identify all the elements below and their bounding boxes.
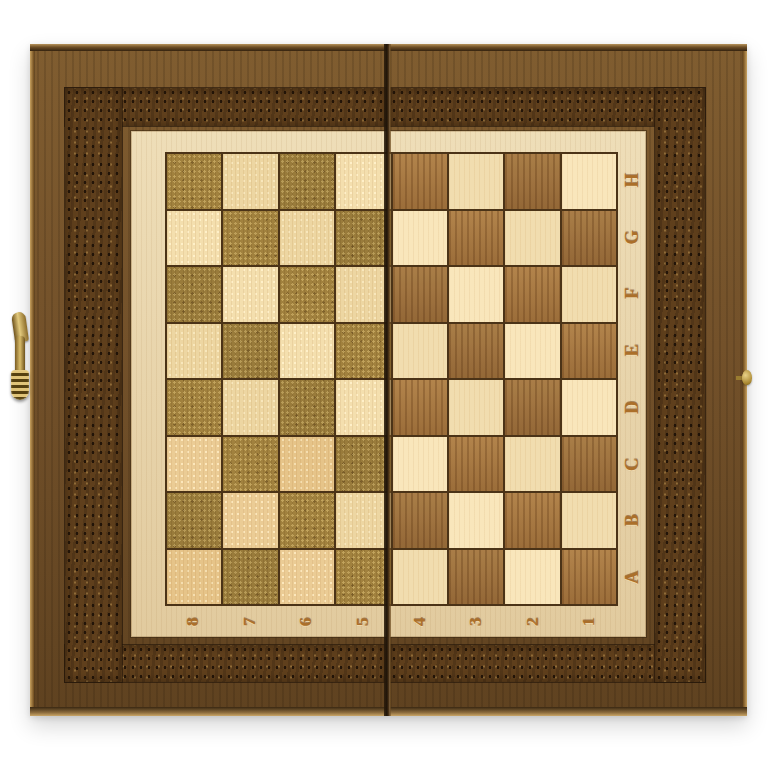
rank-label-8: 8 — [165, 606, 222, 637]
square-e3[interactable] — [449, 324, 503, 379]
file-label-c: C — [618, 436, 646, 493]
square-d2[interactable] — [505, 380, 559, 435]
square-e4[interactable] — [393, 324, 447, 379]
square-c2[interactable] — [505, 437, 559, 492]
brass-pin-icon — [736, 368, 753, 388]
square-e7[interactable] — [223, 324, 277, 379]
brass-clasp-icon — [5, 312, 37, 402]
file-label-b: B — [618, 493, 646, 550]
square-b2[interactable] — [505, 493, 559, 548]
file-label-d: D — [618, 379, 646, 436]
square-d5[interactable] — [336, 380, 390, 435]
square-a7[interactable] — [223, 550, 277, 605]
file-label-e: E — [618, 322, 646, 379]
file-label-text: E — [621, 345, 642, 357]
square-a6[interactable] — [280, 550, 334, 605]
pin-head — [742, 370, 752, 385]
photo-stage: HGFEDCBA 87654321 — [0, 0, 775, 775]
square-h8[interactable] — [167, 154, 221, 209]
fold-seam — [384, 44, 391, 716]
square-b5[interactable] — [336, 493, 390, 548]
chess-box: HGFEDCBA 87654321 — [30, 44, 747, 716]
square-b8[interactable] — [167, 493, 221, 548]
file-label-text: A — [622, 571, 643, 584]
square-c3[interactable] — [449, 437, 503, 492]
square-g7[interactable] — [223, 211, 277, 266]
board-grid — [165, 152, 618, 606]
file-label-f: F — [618, 266, 646, 323]
square-c6[interactable] — [280, 437, 334, 492]
square-g6[interactable] — [280, 211, 334, 266]
carved-band-side-left — [65, 88, 122, 682]
file-label-h: H — [618, 152, 646, 209]
square-g8[interactable] — [167, 211, 221, 266]
square-h3[interactable] — [449, 154, 503, 209]
square-c5[interactable] — [336, 437, 390, 492]
square-c8[interactable] — [167, 437, 221, 492]
square-b7[interactable] — [223, 493, 277, 548]
square-d7[interactable] — [223, 380, 277, 435]
square-a8[interactable] — [167, 550, 221, 605]
file-label-text: F — [622, 288, 643, 299]
square-e2[interactable] — [505, 324, 559, 379]
square-b1[interactable] — [562, 493, 616, 548]
rank-label-4: 4 — [392, 606, 449, 637]
square-d6[interactable] — [280, 380, 334, 435]
file-labels-strip: HGFEDCBA — [618, 152, 646, 606]
square-h2[interactable] — [505, 154, 559, 209]
square-a4[interactable] — [393, 550, 447, 605]
square-c4[interactable] — [393, 437, 447, 492]
square-d3[interactable] — [449, 380, 503, 435]
rank-labels-strip: 87654321 — [165, 606, 618, 637]
square-f1[interactable] — [562, 267, 616, 322]
square-h1[interactable] — [562, 154, 616, 209]
square-h5[interactable] — [336, 154, 390, 209]
square-d8[interactable] — [167, 380, 221, 435]
square-g4[interactable] — [393, 211, 447, 266]
square-a2[interactable] — [505, 550, 559, 605]
rank-label-text: 4 — [410, 617, 430, 626]
square-f2[interactable] — [505, 267, 559, 322]
square-g3[interactable] — [449, 211, 503, 266]
square-a1[interactable] — [562, 550, 616, 605]
box-edge-top-right — [390, 44, 747, 51]
file-label-text: G — [621, 230, 642, 244]
rank-label-text: 7 — [240, 617, 260, 626]
square-g1[interactable] — [562, 211, 616, 266]
square-b6[interactable] — [280, 493, 334, 548]
square-f8[interactable] — [167, 267, 221, 322]
rank-label-3: 3 — [448, 606, 505, 637]
rank-label-text: 5 — [353, 617, 373, 626]
square-c1[interactable] — [562, 437, 616, 492]
rank-label-1: 1 — [561, 606, 618, 637]
rank-label-text: 6 — [297, 617, 317, 626]
square-a5[interactable] — [336, 550, 390, 605]
square-g5[interactable] — [336, 211, 390, 266]
clasp-foot — [11, 370, 29, 400]
rank-label-6: 6 — [278, 606, 335, 637]
file-label-text: D — [622, 401, 643, 414]
square-b3[interactable] — [449, 493, 503, 548]
clasp-bar — [15, 336, 25, 374]
square-f7[interactable] — [223, 267, 277, 322]
square-e6[interactable] — [280, 324, 334, 379]
square-h6[interactable] — [280, 154, 334, 209]
box-edge-top-left — [30, 44, 387, 51]
square-f5[interactable] — [336, 267, 390, 322]
square-e5[interactable] — [336, 324, 390, 379]
square-b4[interactable] — [393, 493, 447, 548]
square-c7[interactable] — [223, 437, 277, 492]
file-label-text: C — [622, 458, 643, 471]
rank-label-text: 8 — [183, 617, 203, 626]
box-edge-bottom-left — [30, 707, 387, 716]
rank-label-text: 3 — [466, 617, 486, 626]
square-a3[interactable] — [449, 550, 503, 605]
square-f4[interactable] — [393, 267, 447, 322]
square-e1[interactable] — [562, 324, 616, 379]
square-d4[interactable] — [393, 380, 447, 435]
carved-band-side-right — [655, 88, 705, 682]
rank-label-text: 2 — [523, 617, 543, 626]
square-g2[interactable] — [505, 211, 559, 266]
square-f6[interactable] — [280, 267, 334, 322]
square-d1[interactable] — [562, 380, 616, 435]
file-label-text: H — [621, 173, 642, 187]
file-label-text: B — [621, 515, 642, 527]
square-f3[interactable] — [449, 267, 503, 322]
rank-label-text: 1 — [580, 617, 600, 626]
file-label-g: G — [618, 209, 646, 266]
rank-label-2: 2 — [505, 606, 562, 637]
rank-label-7: 7 — [222, 606, 279, 637]
box-edge-bottom-right — [390, 707, 747, 716]
rank-label-5: 5 — [335, 606, 392, 637]
square-h4[interactable] — [393, 154, 447, 209]
square-h7[interactable] — [223, 154, 277, 209]
square-e8[interactable] — [167, 324, 221, 379]
file-label-a: A — [618, 549, 646, 606]
